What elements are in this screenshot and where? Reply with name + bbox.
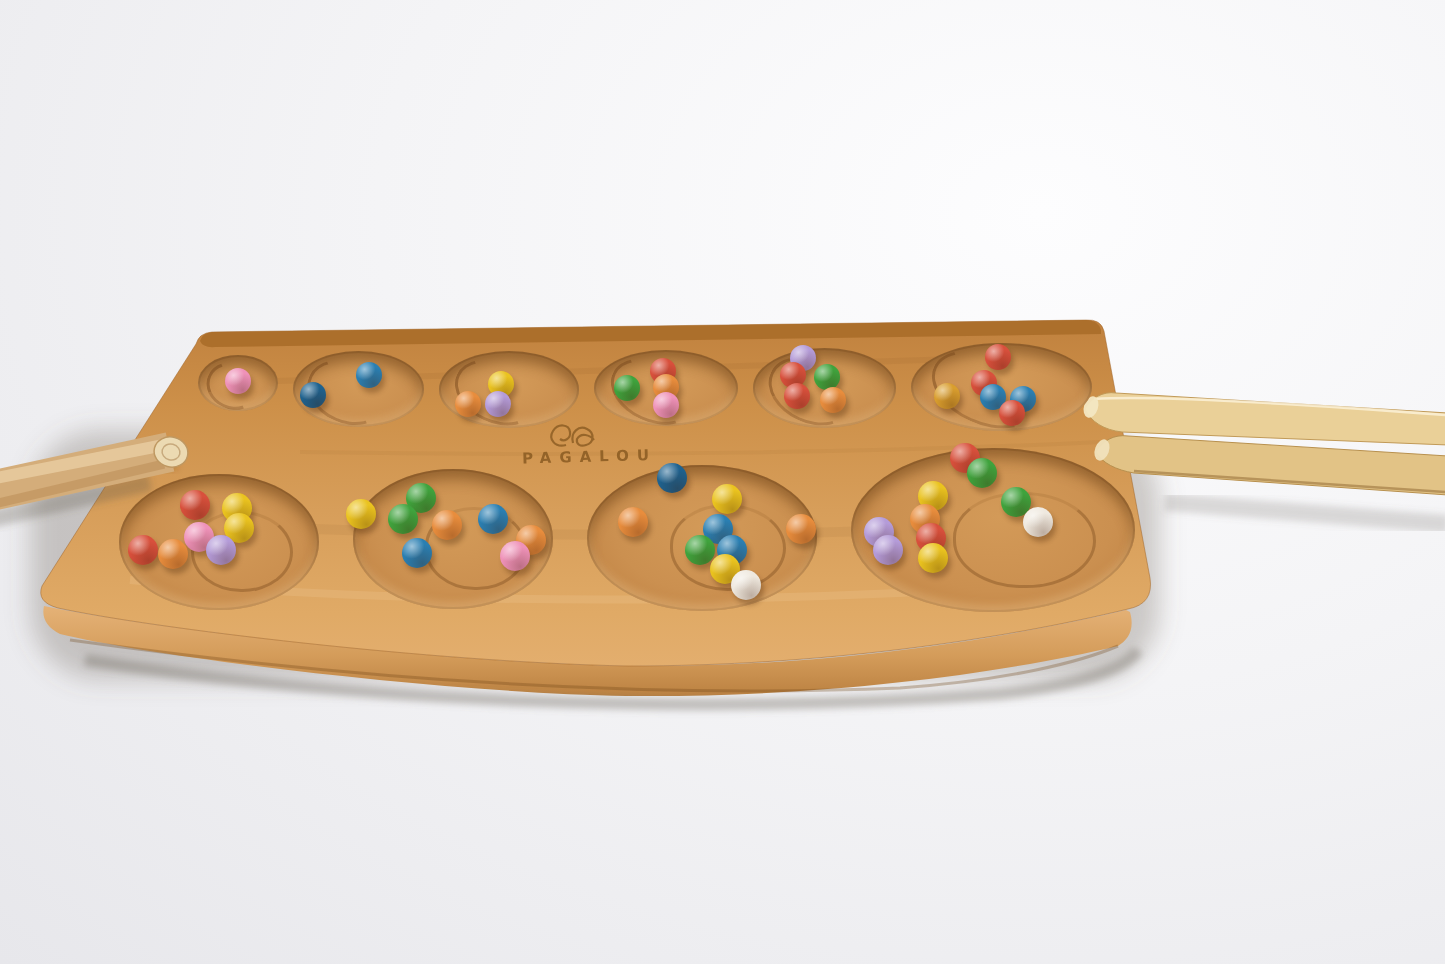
- bead-red: [180, 490, 210, 520]
- pit-top-5: [753, 348, 897, 428]
- pit-cell-bottom-3: [587, 448, 817, 612]
- pit-cell-top-4: [594, 346, 738, 432]
- pit-bottom-3: [587, 465, 817, 611]
- bead-blue: [402, 538, 432, 568]
- bead-white: [731, 570, 761, 600]
- bead-pink: [500, 541, 530, 571]
- pit-cell-top-5: [753, 346, 897, 432]
- pit-top-6: [911, 343, 1092, 431]
- bead-darkblue: [300, 382, 326, 408]
- bead-orange: [455, 391, 481, 417]
- bead-white: [1023, 507, 1053, 537]
- bead-gold: [934, 383, 960, 409]
- pit-top-1: [198, 355, 278, 411]
- bead-orange: [786, 514, 816, 544]
- pit-cell-top-3: [439, 346, 580, 432]
- bead-yellow: [712, 484, 742, 514]
- pit-row-top: [198, 346, 1092, 432]
- pit-bottom-1: [119, 474, 319, 610]
- pit-cell-bottom-4: [851, 448, 1135, 612]
- bead-orange: [432, 510, 462, 540]
- photo-scene: PAGALOU: [0, 0, 1445, 964]
- pit-cell-top-1: [198, 346, 278, 432]
- bead-pink: [225, 368, 251, 394]
- pit-bottom-2: [353, 469, 553, 609]
- bead-red: [128, 535, 158, 565]
- bead-red: [999, 400, 1025, 426]
- bead-blue: [478, 504, 508, 534]
- pit-bottom-4: [851, 448, 1135, 612]
- bead-lilac: [485, 391, 511, 417]
- bead-green: [967, 458, 997, 488]
- bead-green: [814, 364, 840, 390]
- pit-cell-bottom-1: [119, 448, 319, 612]
- pit-top-3: [439, 351, 580, 428]
- bead-pink: [653, 392, 679, 418]
- pit-cell-top-2: [293, 346, 423, 432]
- bead-yellow: [346, 499, 376, 529]
- bead-red: [985, 344, 1011, 370]
- pit-cell-bottom-2: [353, 448, 553, 612]
- bead-darkblue: [657, 463, 687, 493]
- pit-top-2: [293, 351, 423, 427]
- bead-green: [614, 375, 640, 401]
- bead-yellow: [918, 543, 948, 573]
- pit-row-bottom: [119, 448, 1135, 612]
- bead-green: [388, 504, 418, 534]
- bead-green: [685, 535, 715, 565]
- bead-lilac: [206, 535, 236, 565]
- bead-blue: [356, 362, 382, 388]
- pit-top-4: [594, 350, 738, 426]
- bead-red: [784, 383, 810, 409]
- bead-orange: [158, 539, 188, 569]
- pit-cell-top-6: [911, 346, 1092, 432]
- bead-orange: [618, 507, 648, 537]
- bead-lilac: [873, 535, 903, 565]
- bead-orange: [820, 387, 846, 413]
